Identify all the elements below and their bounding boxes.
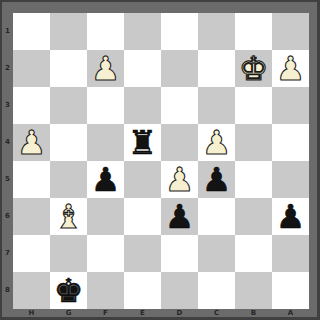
black-pawn[interactable]: ♟ xyxy=(91,161,121,198)
square-d6[interactable]: ♟ xyxy=(161,198,198,235)
square-f7[interactable] xyxy=(87,235,124,272)
square-b7[interactable] xyxy=(235,235,272,272)
rank-label-7: 7 xyxy=(2,235,13,272)
square-g5[interactable] xyxy=(50,161,87,198)
rank-label-1: 1 xyxy=(2,13,13,50)
square-b4[interactable] xyxy=(235,124,272,161)
square-b8[interactable] xyxy=(235,272,272,309)
square-b5[interactable] xyxy=(235,161,272,198)
square-f1[interactable] xyxy=(87,13,124,50)
square-h6[interactable] xyxy=(13,198,50,235)
square-h4[interactable]: ♟ xyxy=(13,124,50,161)
square-d8[interactable] xyxy=(161,272,198,309)
file-label-g: G xyxy=(50,309,87,318)
square-f8[interactable] xyxy=(87,272,124,309)
rank-label-8: 8 xyxy=(2,272,13,309)
square-d1[interactable] xyxy=(161,13,198,50)
square-a8[interactable] xyxy=(272,272,309,309)
square-a4[interactable] xyxy=(272,124,309,161)
square-a6[interactable]: ♟ xyxy=(272,198,309,235)
square-h2[interactable] xyxy=(13,50,50,87)
square-g3[interactable] xyxy=(50,87,87,124)
square-b6[interactable] xyxy=(235,198,272,235)
square-h3[interactable] xyxy=(13,87,50,124)
square-f3[interactable] xyxy=(87,87,124,124)
square-c4[interactable]: ♟ xyxy=(198,124,235,161)
square-c7[interactable] xyxy=(198,235,235,272)
square-f6[interactable] xyxy=(87,198,124,235)
square-h7[interactable] xyxy=(13,235,50,272)
white-bishop[interactable]: ♝ xyxy=(54,198,84,235)
square-a1[interactable] xyxy=(272,13,309,50)
square-d2[interactable] xyxy=(161,50,198,87)
black-pawn[interactable]: ♟ xyxy=(276,198,306,235)
square-c1[interactable] xyxy=(198,13,235,50)
square-e2[interactable] xyxy=(124,50,161,87)
square-f4[interactable] xyxy=(87,124,124,161)
square-e8[interactable] xyxy=(124,272,161,309)
file-label-a: A xyxy=(272,309,309,318)
rank-label-5: 5 xyxy=(2,161,13,198)
square-c5[interactable]: ♟ xyxy=(198,161,235,198)
chess-board-frame: 12345678 HGFEDCBA ♟♚♟♟♜♟♟♟♟♝♟♟♚ xyxy=(0,0,320,320)
square-g4[interactable] xyxy=(50,124,87,161)
square-d5[interactable]: ♟ xyxy=(161,161,198,198)
square-a2[interactable]: ♟ xyxy=(272,50,309,87)
square-c6[interactable] xyxy=(198,198,235,235)
white-king[interactable]: ♚ xyxy=(239,50,269,87)
square-e1[interactable] xyxy=(124,13,161,50)
rank-label-6: 6 xyxy=(2,198,13,235)
square-g7[interactable] xyxy=(50,235,87,272)
square-h8[interactable] xyxy=(13,272,50,309)
square-c8[interactable] xyxy=(198,272,235,309)
black-pawn[interactable]: ♟ xyxy=(202,161,232,198)
black-pawn[interactable]: ♟ xyxy=(165,198,195,235)
square-a3[interactable] xyxy=(272,87,309,124)
square-b3[interactable] xyxy=(235,87,272,124)
square-e7[interactable] xyxy=(124,235,161,272)
file-label-e: E xyxy=(124,309,161,318)
white-pawn[interactable]: ♟ xyxy=(202,124,232,161)
square-c2[interactable] xyxy=(198,50,235,87)
rank-label-2: 2 xyxy=(2,50,13,87)
square-e3[interactable] xyxy=(124,87,161,124)
square-a7[interactable] xyxy=(272,235,309,272)
square-g1[interactable] xyxy=(50,13,87,50)
file-label-d: D xyxy=(161,309,198,318)
black-king[interactable]: ♚ xyxy=(54,272,84,309)
square-g8[interactable]: ♚ xyxy=(50,272,87,309)
square-d7[interactable] xyxy=(161,235,198,272)
square-h5[interactable] xyxy=(13,161,50,198)
white-pawn[interactable]: ♟ xyxy=(276,50,306,87)
square-a5[interactable] xyxy=(272,161,309,198)
file-label-c: C xyxy=(198,309,235,318)
file-label-h: H xyxy=(13,309,50,318)
square-e5[interactable] xyxy=(124,161,161,198)
square-d3[interactable] xyxy=(161,87,198,124)
square-f5[interactable]: ♟ xyxy=(87,161,124,198)
white-pawn[interactable]: ♟ xyxy=(91,50,121,87)
file-label-b: B xyxy=(235,309,272,318)
white-pawn[interactable]: ♟ xyxy=(17,124,47,161)
square-b1[interactable] xyxy=(235,13,272,50)
square-b2[interactable]: ♚ xyxy=(235,50,272,87)
square-g6[interactable]: ♝ xyxy=(50,198,87,235)
rank-label-3: 3 xyxy=(2,87,13,124)
square-f2[interactable]: ♟ xyxy=(87,50,124,87)
square-d4[interactable] xyxy=(161,124,198,161)
square-c3[interactable] xyxy=(198,87,235,124)
black-rook[interactable]: ♜ xyxy=(128,124,158,161)
rank-label-4: 4 xyxy=(2,124,13,161)
chess-board: ♟♚♟♟♜♟♟♟♟♝♟♟♚ xyxy=(13,13,309,309)
white-pawn[interactable]: ♟ xyxy=(165,161,195,198)
square-g2[interactable] xyxy=(50,50,87,87)
file-label-f: F xyxy=(87,309,124,318)
square-h1[interactable] xyxy=(13,13,50,50)
square-e4[interactable]: ♜ xyxy=(124,124,161,161)
square-e6[interactable] xyxy=(124,198,161,235)
